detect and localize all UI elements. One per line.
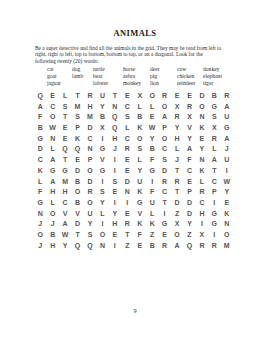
grid-cell: Q (109, 122, 121, 133)
grid-cell: K (134, 219, 146, 230)
grid-cell: O (84, 165, 96, 176)
grid-cell: I (96, 219, 108, 230)
grid-cell: I (208, 197, 220, 208)
grid-cell: I (109, 165, 121, 176)
page-number: 9 (0, 307, 270, 314)
grid-cell: I (96, 133, 108, 144)
grid-cell: R (208, 133, 220, 144)
grid-cell: C (59, 197, 71, 208)
grid-cell: N (46, 133, 58, 144)
grid-cell: U (134, 176, 146, 187)
grid-cell: I (96, 176, 108, 187)
grid-cell: K (71, 133, 83, 144)
grid-cell: X (96, 122, 108, 133)
grid-cell: M (71, 101, 83, 112)
grid-cell: G (208, 219, 220, 230)
grid-cell: A (221, 101, 233, 112)
grid-cell: G (46, 165, 58, 176)
grid-cell: E (109, 229, 121, 240)
grid-cell: T (208, 165, 220, 176)
grid-cell: G (34, 197, 46, 208)
grid-cell: C (208, 176, 220, 187)
grid-cell: I (158, 208, 170, 219)
grid-cell: O (46, 208, 58, 219)
grid-cell: O (46, 111, 58, 122)
word-item: chicken (177, 73, 203, 80)
worksheet-page: ANIMALS Be a super detective and find al… (0, 0, 270, 350)
grid-cell: B (71, 176, 83, 187)
grid-cell: M (221, 240, 233, 251)
grid-cell: B (96, 111, 108, 122)
letter-grid: QELTRUTEXOREEDBRACSMHYNCLLOXROGAFOTSMBQS… (34, 90, 233, 251)
grid-cell: T (59, 111, 71, 122)
grid-cell: N (109, 101, 121, 112)
instruction-line: following twenty (20) words: (35, 58, 241, 64)
grid-cell: O (221, 229, 233, 240)
grid-cell: E (196, 133, 208, 144)
grid-cell: G (158, 219, 170, 230)
grid-cell: X (196, 229, 208, 240)
grid-cell: Y (96, 101, 108, 112)
grid-cell: D (84, 122, 96, 133)
grid-cell: J (34, 219, 46, 230)
grid-cell: D (196, 90, 208, 101)
grid-cell: D (84, 176, 96, 187)
word-item: tiger (203, 80, 222, 87)
grid-cell: A (208, 154, 220, 165)
grid-cell: P (71, 122, 83, 133)
grid-cell: O (196, 101, 208, 112)
grid-cell: Y (146, 133, 158, 144)
grid-cell: J (46, 219, 58, 230)
grid-cell: L (121, 122, 133, 133)
grid-cell: L (46, 144, 58, 155)
grid-cell: L (46, 197, 58, 208)
grid-cell: H (84, 101, 96, 112)
grid-cell: P (208, 186, 220, 197)
word-item: pig (150, 73, 177, 80)
grid-cell: L (146, 208, 158, 219)
word-list-column: donkeyelephanttiger (203, 66, 222, 88)
grid-cell: K (34, 165, 46, 176)
grid-cell: V (59, 208, 71, 219)
grid-cell: C (34, 154, 46, 165)
grid-cell: R (84, 186, 96, 197)
word-item: lobster (93, 80, 123, 87)
grid-cell: V (71, 208, 83, 219)
grid-cell: A (59, 219, 71, 230)
grid-cell: R (158, 176, 170, 187)
grid-cell: P (183, 186, 195, 197)
grid-cell: R (196, 186, 208, 197)
word-list-column: horsezebramonkey (123, 66, 150, 88)
grid-cell: V (183, 122, 195, 133)
grid-cell: A (183, 144, 195, 155)
grid-cell: C (183, 165, 195, 176)
grid-cell: C (158, 144, 170, 155)
grid-cell: U (146, 197, 158, 208)
grid-cell: I (196, 219, 208, 230)
grid-cell: O (34, 229, 46, 240)
grid-cell: C (121, 101, 133, 112)
grid-cell: L (208, 144, 220, 155)
grid-cell: D (183, 208, 195, 219)
grid-cell: O (71, 186, 83, 197)
grid-cell: U (221, 111, 233, 122)
grid-cell: T (171, 165, 183, 176)
grid-cell: H (46, 240, 58, 251)
grid-cell: T (121, 229, 133, 240)
grid-cell: R (158, 90, 170, 101)
grid-cell: R (221, 90, 233, 101)
grid-cell: D (158, 165, 170, 176)
grid-cell: D (183, 197, 195, 208)
grid-cell: N (221, 219, 233, 230)
grid-cell: X (134, 90, 146, 101)
grid-cell: O (84, 197, 96, 208)
word-item: turtle (93, 66, 123, 73)
grid-cell: R (171, 111, 183, 122)
grid-cell: H (59, 186, 71, 197)
grid-cell: E (46, 90, 58, 101)
grid-cell: Y (84, 219, 96, 230)
grid-cell: V (134, 208, 146, 219)
grid-cell: R (84, 90, 96, 101)
word-item: deer (150, 66, 177, 73)
grid-cell: D (34, 144, 46, 155)
grid-cell: Y (183, 133, 195, 144)
grid-cell: E (158, 229, 170, 240)
word-list-column: catgoatjaguar (47, 66, 72, 88)
grid-cell: K (134, 122, 146, 133)
grid-cell: S (208, 111, 220, 122)
grid-cell: E (146, 111, 158, 122)
word-item: monkey (123, 80, 150, 87)
grid-cell: D (121, 176, 133, 187)
grid-cell: T (109, 90, 121, 101)
grid-cell: D (71, 165, 83, 176)
grid-cell: B (146, 240, 158, 251)
grid-cell: F (146, 154, 158, 165)
grid-cell: H (196, 208, 208, 219)
grid-cell: Z (171, 208, 183, 219)
word-item: reindeer (177, 80, 203, 87)
grid-cell: E (121, 208, 133, 219)
grid-cell: Q (71, 144, 83, 155)
grid-cell: P (158, 122, 170, 133)
grid-cell: I (221, 165, 233, 176)
grid-cell: H (46, 186, 58, 197)
grid-cell: W (59, 229, 71, 240)
word-item: jaguar (47, 80, 72, 87)
grid-cell: I (146, 176, 158, 187)
grid-cell: E (183, 90, 195, 101)
grid-cell: G (34, 133, 46, 144)
grid-cell: F (34, 186, 46, 197)
grid-cell: J (221, 144, 233, 155)
grid-cell: H (109, 133, 121, 144)
word-item: goat (47, 73, 72, 80)
grid-cell: N (196, 154, 208, 165)
grid-cell: L (134, 154, 146, 165)
grid-cell: M (84, 111, 96, 122)
grid-cell: K (146, 219, 158, 230)
grid-cell: W (221, 176, 233, 187)
grid-cell: C (121, 133, 133, 144)
grid-cell: B (146, 144, 158, 155)
grid-cell: I (208, 229, 220, 240)
grid-cell: N (121, 186, 133, 197)
word-item: bear (93, 73, 123, 80)
grid-cell: I (109, 240, 121, 251)
grid-cell: K (134, 186, 146, 197)
word-item: cow (177, 66, 203, 73)
grid-cell: O (158, 101, 170, 112)
grid-cell: A (46, 176, 58, 187)
grid-cell: J (109, 144, 121, 155)
grid-cell: D (171, 197, 183, 208)
page-title: ANIMALS (0, 28, 270, 38)
grid-cell: Q (34, 90, 46, 101)
grid-cell: E (71, 154, 83, 165)
grid-cell: E (134, 240, 146, 251)
grid-cell: N (84, 144, 96, 155)
grid-cell: H (109, 219, 121, 230)
grid-cell: B (71, 197, 83, 208)
grid-cell: X (171, 219, 183, 230)
word-item: lamb (72, 73, 93, 80)
grid-cell: T (71, 229, 83, 240)
grid-cell: L (146, 101, 158, 112)
word-list-column: doglamb (72, 66, 93, 88)
word-list: catgoatjaguardoglambturtlebearlobsterhor… (47, 66, 222, 88)
grid-cell: Q (84, 240, 96, 251)
grid-cell: E (121, 90, 133, 101)
grid-cell: A (221, 133, 233, 144)
grid-cell: S (158, 154, 170, 165)
grid-cell: S (71, 111, 83, 122)
word-item: elephant (203, 73, 222, 80)
grid-cell: B (46, 229, 58, 240)
grid-cell: C (84, 133, 96, 144)
grid-cell: U (221, 154, 233, 165)
grid-cell: P (84, 154, 96, 165)
grid-cell: E (221, 197, 233, 208)
grid-cell: Z (146, 229, 158, 240)
grid-cell: B (208, 90, 220, 101)
grid-cell: E (121, 154, 133, 165)
grid-cell: Q (183, 240, 195, 251)
grid-cell: N (96, 240, 108, 251)
grid-cell: O (158, 133, 170, 144)
grid-cell: G (96, 144, 108, 155)
grid-cell: Y (221, 186, 233, 197)
grid-cell: Q (71, 240, 83, 251)
grid-cell: R (121, 219, 133, 230)
grid-cell: G (146, 165, 158, 176)
grid-cell: D (71, 219, 83, 230)
grid-cell: A (158, 111, 170, 122)
grid-cell: E (183, 176, 195, 187)
grid-cell: U (84, 208, 96, 219)
grid-cell: E (121, 165, 133, 176)
word-list-column: cowchickenreindeer (177, 66, 203, 88)
grid-cell: O (96, 229, 108, 240)
grid-cell: S (84, 229, 96, 240)
grid-cell: G (208, 208, 220, 219)
grid-cell: F (146, 186, 158, 197)
grid-cell: Q (109, 111, 121, 122)
grid-cell: J (34, 240, 46, 251)
grid-cell: Y (196, 144, 208, 155)
grid-cell: G (59, 165, 71, 176)
grid-cell: R (158, 240, 170, 251)
word-item: horse (123, 66, 150, 73)
grid-cell: A (46, 154, 58, 165)
grid-cell: S (59, 101, 71, 112)
grid-cell: F (134, 229, 146, 240)
grid-cell: N (196, 111, 208, 122)
word-item: donkey (203, 66, 222, 73)
grid-cell: E (59, 122, 71, 133)
grid-cell: Y (134, 165, 146, 176)
grid-cell: M (59, 176, 71, 187)
grid-cell: I (109, 154, 121, 165)
grid-cell: G (208, 101, 220, 112)
grid-cell: R (208, 240, 220, 251)
grid-cell: A (34, 101, 46, 112)
grid-cell: L (196, 176, 208, 187)
grid-cell: Y (59, 240, 71, 251)
grid-cell: V (96, 154, 108, 165)
grid-cell: I (121, 197, 133, 208)
grid-cell: L (59, 90, 71, 101)
grid-cell: X (183, 111, 195, 122)
grid-cell: B (134, 111, 146, 122)
instructions: Be a super detective and find all the an… (35, 45, 241, 64)
grid-cell: C (46, 101, 58, 112)
grid-cell: K (221, 208, 233, 219)
grid-cell: K (196, 165, 208, 176)
grid-cell: T (158, 197, 170, 208)
grid-cell: R (121, 144, 133, 155)
grid-cell: R (183, 101, 195, 112)
grid-cell: O (171, 229, 183, 240)
word-item: lion (150, 80, 177, 87)
grid-cell: S (96, 186, 108, 197)
word-list-column: deerpiglion (150, 66, 177, 88)
grid-cell: G (134, 197, 146, 208)
word-item: dog (72, 66, 93, 73)
grid-cell: W (46, 122, 58, 133)
grid-cell: X (171, 101, 183, 112)
grid-cell: O (146, 90, 158, 101)
grid-cell: J (171, 154, 183, 165)
grid-cell: I (109, 197, 121, 208)
grid-cell: S (109, 176, 121, 187)
word-item: zebra (123, 73, 150, 80)
grid-cell: Y (109, 208, 121, 219)
grid-cell: N (34, 208, 46, 219)
grid-cell: C (196, 197, 208, 208)
grid-cell: S (134, 144, 146, 155)
grid-cell: E (171, 90, 183, 101)
grid-cell: E (59, 133, 71, 144)
grid-cell: R (171, 176, 183, 187)
grid-cell: Q (59, 144, 71, 155)
grid-cell: L (171, 144, 183, 155)
grid-cell: T (59, 154, 71, 165)
grid-cell: H (171, 133, 183, 144)
grid-cell: T (171, 186, 183, 197)
grid-cell: X (208, 122, 220, 133)
grid-cell: G (96, 165, 108, 176)
grid-cell: W (146, 122, 158, 133)
grid-cell: F (34, 111, 46, 122)
grid-cell: G (221, 122, 233, 133)
grid-cell: K (196, 122, 208, 133)
grid-cell: F (183, 154, 195, 165)
grid-cell: E (109, 186, 121, 197)
grid-cell: Z (183, 229, 195, 240)
grid-cell: C (158, 186, 170, 197)
grid-cell: Y (171, 122, 183, 133)
grid-cell: Y (183, 219, 195, 230)
grid-cell: Y (96, 197, 108, 208)
grid-cell: B (34, 122, 46, 133)
grid-cell: R (196, 240, 208, 251)
grid-cell: O (134, 133, 146, 144)
grid-cell: T (71, 90, 83, 101)
grid-cell: A (171, 240, 183, 251)
grid-cell: S (121, 111, 133, 122)
word-item: cat (47, 66, 72, 73)
word-list-column: turtlebearlobster (93, 66, 123, 88)
grid-cell: L (34, 176, 46, 187)
grid-cell: L (134, 101, 146, 112)
grid-cell: L (96, 208, 108, 219)
grid-cell: Z (121, 240, 133, 251)
grid-cell: U (96, 90, 108, 101)
